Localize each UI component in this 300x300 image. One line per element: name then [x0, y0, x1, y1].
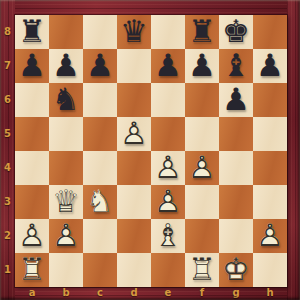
square-f7[interactable]: ♟ — [185, 49, 219, 83]
square-d4[interactable] — [117, 151, 151, 185]
square-h2[interactable]: ♟♙ — [253, 219, 287, 253]
square-a2[interactable]: ♟♙ — [15, 219, 49, 253]
file-label-f: f — [185, 287, 219, 300]
square-g5[interactable] — [219, 117, 253, 151]
square-h5[interactable] — [253, 117, 287, 151]
square-e6[interactable] — [151, 83, 185, 117]
square-f5[interactable] — [185, 117, 219, 151]
piece-white-pawn: ♟♙ — [185, 151, 219, 185]
piece-white-knight: ♞♘ — [83, 185, 117, 219]
square-h8[interactable] — [253, 15, 287, 49]
file-label-h: h — [253, 287, 287, 300]
piece-black-pawn: ♟ — [15, 49, 49, 83]
piece-black-rook: ♜ — [185, 15, 219, 49]
file-label-d: d — [117, 287, 151, 300]
square-d3[interactable] — [117, 185, 151, 219]
square-b4[interactable] — [49, 151, 83, 185]
square-h1[interactable] — [253, 253, 287, 287]
square-a4[interactable] — [15, 151, 49, 185]
square-f8[interactable]: ♜ — [185, 15, 219, 49]
piece-white-bishop: ♝♗ — [151, 219, 185, 253]
square-a3[interactable] — [15, 185, 49, 219]
rank-label-7: 7 — [0, 49, 15, 83]
square-f3[interactable] — [185, 185, 219, 219]
square-c6[interactable] — [83, 83, 117, 117]
piece-black-knight: ♞ — [49, 83, 83, 117]
piece-white-pawn: ♟♙ — [49, 219, 83, 253]
square-b8[interactable] — [49, 15, 83, 49]
square-f6[interactable] — [185, 83, 219, 117]
square-h7[interactable]: ♟ — [253, 49, 287, 83]
piece-black-queen: ♛ — [117, 15, 151, 49]
square-a5[interactable] — [15, 117, 49, 151]
square-c4[interactable] — [83, 151, 117, 185]
square-b6[interactable]: ♞ — [49, 83, 83, 117]
square-g8[interactable]: ♚ — [219, 15, 253, 49]
piece-white-pawn: ♟♙ — [117, 117, 151, 151]
square-a8[interactable]: ♜ — [15, 15, 49, 49]
square-c3[interactable]: ♞♘ — [83, 185, 117, 219]
square-h4[interactable] — [253, 151, 287, 185]
rank-label-1: 1 — [0, 253, 15, 287]
piece-black-king: ♚ — [219, 15, 253, 49]
square-d1[interactable] — [117, 253, 151, 287]
file-label-g: g — [219, 287, 253, 300]
square-f4[interactable]: ♟♙ — [185, 151, 219, 185]
square-g1[interactable]: ♚♔ — [219, 253, 253, 287]
board-frame: ♜♛♜♚♟♟♟♟♟♝♟♞♟♟♙♟♙♟♙♛♕♞♘♟♙♟♙♟♙♝♗♟♙♜♖♜♖♚♔ … — [0, 0, 300, 300]
square-g4[interactable] — [219, 151, 253, 185]
piece-black-pawn: ♟ — [151, 49, 185, 83]
square-b2[interactable]: ♟♙ — [49, 219, 83, 253]
piece-black-rook: ♜ — [15, 15, 49, 49]
square-e5[interactable] — [151, 117, 185, 151]
piece-black-pawn: ♟ — [253, 49, 287, 83]
square-d5[interactable]: ♟♙ — [117, 117, 151, 151]
square-c8[interactable] — [83, 15, 117, 49]
square-e3[interactable]: ♟♙ — [151, 185, 185, 219]
square-a6[interactable] — [15, 83, 49, 117]
square-d8[interactable]: ♛ — [117, 15, 151, 49]
file-label-a: a — [15, 287, 49, 300]
piece-white-king: ♚♔ — [219, 253, 253, 287]
square-b7[interactable]: ♟ — [49, 49, 83, 83]
square-g2[interactable] — [219, 219, 253, 253]
square-b3[interactable]: ♛♕ — [49, 185, 83, 219]
piece-black-pawn: ♟ — [219, 83, 253, 117]
square-g6[interactable]: ♟ — [219, 83, 253, 117]
square-a7[interactable]: ♟ — [15, 49, 49, 83]
square-e2[interactable]: ♝♗ — [151, 219, 185, 253]
square-c1[interactable] — [83, 253, 117, 287]
piece-white-pawn: ♟♙ — [151, 185, 185, 219]
square-f1[interactable]: ♜♖ — [185, 253, 219, 287]
square-e1[interactable] — [151, 253, 185, 287]
piece-black-pawn: ♟ — [185, 49, 219, 83]
piece-black-pawn: ♟ — [49, 49, 83, 83]
rank-label-5: 5 — [0, 117, 15, 151]
square-h3[interactable] — [253, 185, 287, 219]
rank-label-8: 8 — [0, 15, 15, 49]
square-d2[interactable] — [117, 219, 151, 253]
piece-white-rook: ♜♖ — [185, 253, 219, 287]
square-e7[interactable]: ♟ — [151, 49, 185, 83]
square-c5[interactable] — [83, 117, 117, 151]
file-label-e: e — [151, 287, 185, 300]
piece-white-rook: ♜♖ — [15, 253, 49, 287]
square-b5[interactable] — [49, 117, 83, 151]
rank-label-2: 2 — [0, 219, 15, 253]
piece-white-queen: ♛♕ — [49, 185, 83, 219]
square-a1[interactable]: ♜♖ — [15, 253, 49, 287]
file-label-c: c — [83, 287, 117, 300]
rank-label-4: 4 — [0, 151, 15, 185]
chess-board: ♜♛♜♚♟♟♟♟♟♝♟♞♟♟♙♟♙♟♙♛♕♞♘♟♙♟♙♟♙♝♗♟♙♜♖♜♖♚♔ — [15, 15, 287, 287]
square-f2[interactable] — [185, 219, 219, 253]
piece-black-bishop: ♝ — [219, 49, 253, 83]
square-g3[interactable] — [219, 185, 253, 219]
piece-black-pawn: ♟ — [83, 49, 117, 83]
piece-white-pawn: ♟♙ — [253, 219, 287, 253]
square-c2[interactable] — [83, 219, 117, 253]
square-d6[interactable] — [117, 83, 151, 117]
square-e8[interactable] — [151, 15, 185, 49]
piece-white-pawn: ♟♙ — [15, 219, 49, 253]
frame-edge-right — [287, 0, 300, 300]
square-g7[interactable]: ♝ — [219, 49, 253, 83]
rank-label-3: 3 — [0, 185, 15, 219]
square-d7[interactable] — [117, 49, 151, 83]
square-c7[interactable]: ♟ — [83, 49, 117, 83]
square-e4[interactable]: ♟♙ — [151, 151, 185, 185]
square-h6[interactable] — [253, 83, 287, 117]
rank-label-6: 6 — [0, 83, 15, 117]
square-b1[interactable] — [49, 253, 83, 287]
file-label-b: b — [49, 287, 83, 300]
piece-white-pawn: ♟♙ — [151, 151, 185, 185]
